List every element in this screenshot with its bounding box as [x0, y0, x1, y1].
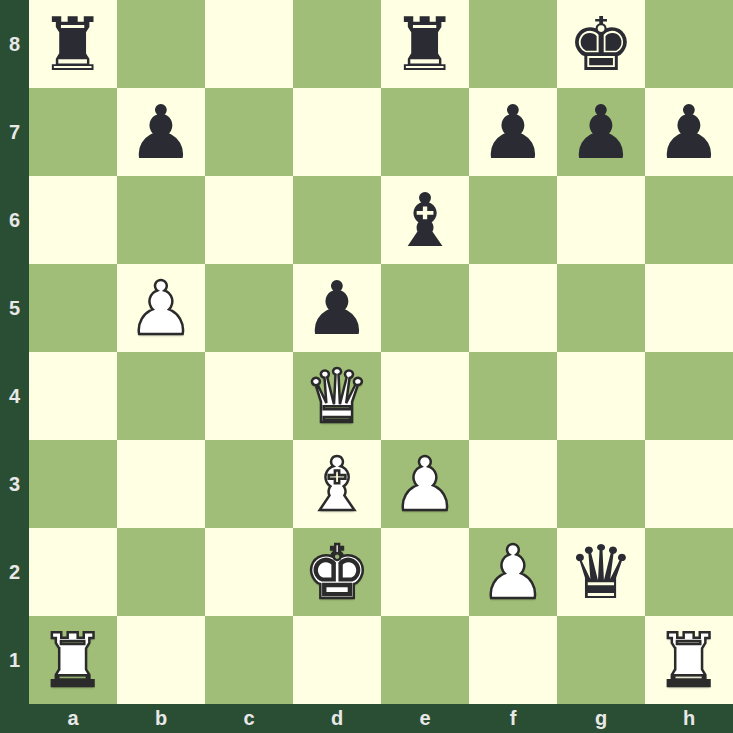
- square-h6[interactable]: [645, 176, 733, 264]
- square-c1[interactable]: [205, 616, 293, 704]
- rank-label-5: 5: [0, 264, 29, 352]
- square-g1[interactable]: [557, 616, 645, 704]
- square-b7[interactable]: ♟: [117, 88, 205, 176]
- square-b2[interactable]: [117, 528, 205, 616]
- square-f1[interactable]: [469, 616, 557, 704]
- square-e6[interactable]: ♝: [381, 176, 469, 264]
- piece-black-pawn[interactable]: ♟: [128, 95, 194, 169]
- file-label-f: f: [469, 704, 557, 733]
- square-f6[interactable]: [469, 176, 557, 264]
- rank-label-7: 7: [0, 88, 29, 176]
- piece-white-bishop[interactable]: ♝: [304, 447, 370, 521]
- rank-label-6: 6: [0, 176, 29, 264]
- square-f7[interactable]: ♟: [469, 88, 557, 176]
- piece-black-king[interactable]: ♚: [568, 7, 634, 81]
- square-g2[interactable]: ♛: [557, 528, 645, 616]
- square-h4[interactable]: [645, 352, 733, 440]
- square-c7[interactable]: [205, 88, 293, 176]
- square-d1[interactable]: [293, 616, 381, 704]
- square-c6[interactable]: [205, 176, 293, 264]
- piece-black-pawn[interactable]: ♟: [304, 271, 370, 345]
- file-label-g: g: [557, 704, 645, 733]
- square-a1[interactable]: ♜: [29, 616, 117, 704]
- square-c2[interactable]: [205, 528, 293, 616]
- square-d7[interactable]: [293, 88, 381, 176]
- square-b3[interactable]: [117, 440, 205, 528]
- square-b8[interactable]: [117, 0, 205, 88]
- square-h3[interactable]: [645, 440, 733, 528]
- square-f4[interactable]: [469, 352, 557, 440]
- square-e4[interactable]: [381, 352, 469, 440]
- piece-black-pawn[interactable]: ♟: [480, 95, 546, 169]
- file-label-e: e: [381, 704, 469, 733]
- square-c8[interactable]: [205, 0, 293, 88]
- square-f3[interactable]: [469, 440, 557, 528]
- square-a2[interactable]: [29, 528, 117, 616]
- square-a6[interactable]: [29, 176, 117, 264]
- square-h1[interactable]: ♜: [645, 616, 733, 704]
- piece-black-pawn[interactable]: ♟: [656, 95, 722, 169]
- piece-black-pawn[interactable]: ♟: [568, 95, 634, 169]
- square-a5[interactable]: [29, 264, 117, 352]
- square-e2[interactable]: [381, 528, 469, 616]
- piece-white-pawn[interactable]: ♟: [392, 447, 458, 521]
- square-h5[interactable]: [645, 264, 733, 352]
- rank-label-4: 4: [0, 352, 29, 440]
- square-e5[interactable]: [381, 264, 469, 352]
- square-b4[interactable]: [117, 352, 205, 440]
- rank-label-3: 3: [0, 440, 29, 528]
- piece-white-rook[interactable]: ♜: [40, 623, 106, 697]
- square-d5[interactable]: ♟: [293, 264, 381, 352]
- square-b5[interactable]: ♟: [117, 264, 205, 352]
- square-d2[interactable]: ♚: [293, 528, 381, 616]
- square-h7[interactable]: ♟: [645, 88, 733, 176]
- square-c4[interactable]: [205, 352, 293, 440]
- file-label-b: b: [117, 704, 205, 733]
- square-c5[interactable]: [205, 264, 293, 352]
- square-f8[interactable]: [469, 0, 557, 88]
- square-g7[interactable]: ♟: [557, 88, 645, 176]
- square-d3[interactable]: ♝: [293, 440, 381, 528]
- piece-black-rook[interactable]: ♜: [392, 7, 458, 81]
- square-e8[interactable]: ♜: [381, 0, 469, 88]
- square-a3[interactable]: [29, 440, 117, 528]
- square-e7[interactable]: [381, 88, 469, 176]
- square-g3[interactable]: [557, 440, 645, 528]
- piece-white-pawn[interactable]: ♟: [480, 535, 546, 609]
- file-label-c: c: [205, 704, 293, 733]
- file-label-a: a: [29, 704, 117, 733]
- rank-label-1: 1: [0, 616, 29, 704]
- piece-white-rook[interactable]: ♜: [656, 623, 722, 697]
- square-d8[interactable]: [293, 0, 381, 88]
- square-g5[interactable]: [557, 264, 645, 352]
- square-d4[interactable]: ♛: [293, 352, 381, 440]
- square-h2[interactable]: [645, 528, 733, 616]
- square-a4[interactable]: [29, 352, 117, 440]
- square-b1[interactable]: [117, 616, 205, 704]
- piece-white-queen[interactable]: ♛: [304, 359, 370, 433]
- file-label-d: d: [293, 704, 381, 733]
- square-e3[interactable]: ♟: [381, 440, 469, 528]
- rank-label-2: 2: [0, 528, 29, 616]
- board-corner: [0, 704, 29, 733]
- rank-label-8: 8: [0, 0, 29, 88]
- square-d6[interactable]: [293, 176, 381, 264]
- piece-black-bishop[interactable]: ♝: [392, 183, 458, 257]
- square-b6[interactable]: [117, 176, 205, 264]
- square-g8[interactable]: ♚: [557, 0, 645, 88]
- piece-white-king[interactable]: ♚: [304, 535, 370, 609]
- square-e1[interactable]: [381, 616, 469, 704]
- file-label-h: h: [645, 704, 733, 733]
- piece-black-queen[interactable]: ♛: [568, 535, 634, 609]
- square-f2[interactable]: ♟: [469, 528, 557, 616]
- piece-white-pawn[interactable]: ♟: [128, 271, 194, 345]
- chess-board: 8♜♜♚7♟♟♟♟6♝5♟♟4♛3♝♟2♚♟♛1♜♜abcdefgh: [0, 0, 733, 733]
- square-f5[interactable]: [469, 264, 557, 352]
- square-g4[interactable]: [557, 352, 645, 440]
- square-h8[interactable]: [645, 0, 733, 88]
- square-g6[interactable]: [557, 176, 645, 264]
- square-a7[interactable]: [29, 88, 117, 176]
- square-a8[interactable]: ♜: [29, 0, 117, 88]
- square-c3[interactable]: [205, 440, 293, 528]
- piece-black-rook[interactable]: ♜: [40, 7, 106, 81]
